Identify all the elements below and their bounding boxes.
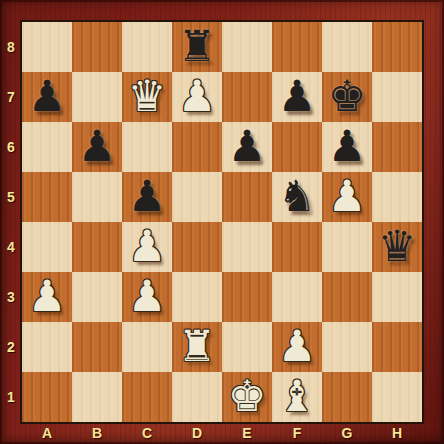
piece-white-king[interactable]: ♚ bbox=[228, 375, 267, 418]
square-f3[interactable] bbox=[272, 272, 322, 322]
square-e5[interactable] bbox=[222, 172, 272, 222]
rank-label-5: 5 bbox=[0, 172, 22, 222]
square-h4[interactable]: ♛ bbox=[372, 222, 422, 272]
rank-label-6: 6 bbox=[0, 122, 22, 172]
square-d1[interactable] bbox=[172, 372, 222, 422]
rank-label-4: 4 bbox=[0, 222, 22, 272]
square-c3[interactable]: ♟ bbox=[122, 272, 172, 322]
square-f7[interactable]: ♟ bbox=[272, 72, 322, 122]
square-a4[interactable] bbox=[22, 222, 72, 272]
square-h5[interactable] bbox=[372, 172, 422, 222]
square-g3[interactable] bbox=[322, 272, 372, 322]
piece-black-pawn[interactable]: ♟ bbox=[28, 75, 67, 118]
square-b5[interactable] bbox=[72, 172, 122, 222]
piece-white-queen[interactable]: ♛ bbox=[128, 75, 167, 118]
square-b4[interactable] bbox=[72, 222, 122, 272]
square-a1[interactable] bbox=[22, 372, 72, 422]
square-b2[interactable] bbox=[72, 322, 122, 372]
rank-label-8: 8 bbox=[0, 22, 22, 72]
square-c8[interactable] bbox=[122, 22, 172, 72]
piece-black-queen[interactable]: ♛ bbox=[378, 225, 417, 268]
square-g7[interactable]: ♚ bbox=[322, 72, 372, 122]
piece-black-pawn[interactable]: ♟ bbox=[328, 125, 367, 168]
square-g6[interactable]: ♟ bbox=[322, 122, 372, 172]
rank-labels: 87654321 bbox=[0, 22, 22, 422]
square-h2[interactable] bbox=[372, 322, 422, 372]
piece-white-rook[interactable]: ♜ bbox=[178, 325, 217, 368]
piece-white-pawn[interactable]: ♟ bbox=[28, 275, 67, 318]
square-e6[interactable]: ♟ bbox=[222, 122, 272, 172]
square-a8[interactable] bbox=[22, 22, 72, 72]
file-label-a: A bbox=[22, 422, 72, 444]
square-d4[interactable] bbox=[172, 222, 222, 272]
square-h6[interactable] bbox=[372, 122, 422, 172]
square-d5[interactable] bbox=[172, 172, 222, 222]
square-g5[interactable]: ♟ bbox=[322, 172, 372, 222]
square-f2[interactable]: ♟ bbox=[272, 322, 322, 372]
square-a7[interactable]: ♟ bbox=[22, 72, 72, 122]
file-label-g: G bbox=[322, 422, 372, 444]
piece-white-bishop[interactable]: ♝ bbox=[278, 375, 317, 418]
square-f4[interactable] bbox=[272, 222, 322, 272]
square-g8[interactable] bbox=[322, 22, 372, 72]
square-a6[interactable] bbox=[22, 122, 72, 172]
square-c6[interactable] bbox=[122, 122, 172, 172]
square-c7[interactable]: ♛ bbox=[122, 72, 172, 122]
piece-black-pawn[interactable]: ♟ bbox=[128, 175, 167, 218]
chess-board: ♜♟♛♟♟♚♟♟♟♟♞♟♟♛♟♟♜♟♚♝ bbox=[22, 22, 422, 422]
piece-white-pawn[interactable]: ♟ bbox=[128, 225, 167, 268]
square-c5[interactable]: ♟ bbox=[122, 172, 172, 222]
square-f5[interactable]: ♞ bbox=[272, 172, 322, 222]
file-label-f: F bbox=[272, 422, 322, 444]
square-h7[interactable] bbox=[372, 72, 422, 122]
square-b3[interactable] bbox=[72, 272, 122, 322]
file-label-c: C bbox=[122, 422, 172, 444]
file-labels: ABCDEFGH bbox=[22, 422, 422, 444]
square-f8[interactable] bbox=[272, 22, 322, 72]
square-b7[interactable] bbox=[72, 72, 122, 122]
file-label-b: B bbox=[72, 422, 122, 444]
rank-label-2: 2 bbox=[0, 322, 22, 372]
square-b8[interactable] bbox=[72, 22, 122, 72]
chessboard-frame: 87654321 ABCDEFGH ♜♟♛♟♟♚♟♟♟♟♞♟♟♛♟♟♜♟♚♝ bbox=[0, 0, 444, 444]
square-f1[interactable]: ♝ bbox=[272, 372, 322, 422]
square-e7[interactable] bbox=[222, 72, 272, 122]
square-d2[interactable]: ♜ bbox=[172, 322, 222, 372]
piece-white-pawn[interactable]: ♟ bbox=[178, 75, 217, 118]
square-b1[interactable] bbox=[72, 372, 122, 422]
piece-black-king[interactable]: ♚ bbox=[328, 75, 367, 118]
piece-white-pawn[interactable]: ♟ bbox=[328, 175, 367, 218]
square-c4[interactable]: ♟ bbox=[122, 222, 172, 272]
square-g2[interactable] bbox=[322, 322, 372, 372]
square-g4[interactable] bbox=[322, 222, 372, 272]
square-f6[interactable] bbox=[272, 122, 322, 172]
piece-black-pawn[interactable]: ♟ bbox=[228, 125, 267, 168]
piece-white-pawn[interactable]: ♟ bbox=[278, 325, 317, 368]
file-label-h: H bbox=[372, 422, 422, 444]
square-d7[interactable]: ♟ bbox=[172, 72, 222, 122]
square-a3[interactable]: ♟ bbox=[22, 272, 72, 322]
piece-white-pawn[interactable]: ♟ bbox=[128, 275, 167, 318]
square-e8[interactable] bbox=[222, 22, 272, 72]
square-h8[interactable] bbox=[372, 22, 422, 72]
piece-black-rook[interactable]: ♜ bbox=[178, 25, 217, 68]
square-e1[interactable]: ♚ bbox=[222, 372, 272, 422]
square-a5[interactable] bbox=[22, 172, 72, 222]
rank-label-7: 7 bbox=[0, 72, 22, 122]
square-c1[interactable] bbox=[122, 372, 172, 422]
square-d6[interactable] bbox=[172, 122, 222, 172]
square-h3[interactable] bbox=[372, 272, 422, 322]
square-e3[interactable] bbox=[222, 272, 272, 322]
square-d8[interactable]: ♜ bbox=[172, 22, 222, 72]
square-g1[interactable] bbox=[322, 372, 372, 422]
square-h1[interactable] bbox=[372, 372, 422, 422]
file-label-d: D bbox=[172, 422, 222, 444]
file-label-e: E bbox=[222, 422, 272, 444]
square-e4[interactable] bbox=[222, 222, 272, 272]
square-b6[interactable]: ♟ bbox=[72, 122, 122, 172]
square-d3[interactable] bbox=[172, 272, 222, 322]
square-e2[interactable] bbox=[222, 322, 272, 372]
piece-black-knight[interactable]: ♞ bbox=[278, 175, 317, 218]
rank-label-3: 3 bbox=[0, 272, 22, 322]
square-c2[interactable] bbox=[122, 322, 172, 372]
piece-black-pawn[interactable]: ♟ bbox=[278, 75, 317, 118]
piece-black-pawn[interactable]: ♟ bbox=[78, 125, 117, 168]
rank-label-1: 1 bbox=[0, 372, 22, 422]
square-a2[interactable] bbox=[22, 322, 72, 372]
